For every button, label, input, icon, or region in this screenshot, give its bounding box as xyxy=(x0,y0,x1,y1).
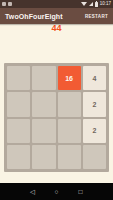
app-bar: TwoOhFourEight RESTART xyxy=(0,8,113,24)
back-button[interactable]: ◁ xyxy=(29,183,36,200)
home-button[interactable]: ○ xyxy=(53,183,60,200)
board-cell-r3c3-empty xyxy=(58,119,81,143)
board-cell-r1c1-empty xyxy=(7,66,30,90)
board-cell-r4c1-empty xyxy=(7,145,30,169)
recents-button[interactable]: □ xyxy=(77,183,84,200)
board-cell-r1c3-tile-16: 16 xyxy=(58,66,81,90)
status-bar-system: 10:17 xyxy=(81,0,111,8)
board-cell-r2c4-tile-2: 2 xyxy=(83,92,106,116)
board-cell-r2c2-empty xyxy=(32,92,55,116)
board-cell-r4c2-empty xyxy=(32,145,55,169)
cellular-signal-icon xyxy=(89,2,93,6)
board-cell-r1c4-tile-4: 4 xyxy=(83,66,106,90)
status-time: 10:17 xyxy=(100,0,111,8)
board-cell-r4c3-empty xyxy=(58,145,81,169)
board-cell-r3c1-empty xyxy=(7,119,30,143)
notification-icon xyxy=(2,2,6,6)
status-bar: 10:17 xyxy=(0,0,113,8)
status-bar-notifications xyxy=(2,2,12,6)
board-cell-r1c2-empty xyxy=(32,66,55,90)
board-cell-r2c1-empty xyxy=(7,92,30,116)
board-cell-r4c4-empty xyxy=(83,145,106,169)
board-cell-r3c2-empty xyxy=(32,119,55,143)
wifi-icon xyxy=(81,2,87,6)
notification-icon xyxy=(8,2,12,6)
navigation-bar: ◁ ○ □ xyxy=(0,183,113,200)
game-board[interactable]: 16422 xyxy=(4,63,109,172)
phone-screen: 10:17 TwoOhFourEight RESTART 44 16422 ◁ … xyxy=(0,0,113,200)
board-cell-r3c4-tile-2: 2 xyxy=(83,119,106,143)
board-cell-r2c3-empty xyxy=(58,92,81,116)
battery-icon xyxy=(95,2,98,7)
restart-button[interactable]: RESTART xyxy=(85,14,108,19)
app-title: TwoOhFourEight xyxy=(5,13,63,20)
